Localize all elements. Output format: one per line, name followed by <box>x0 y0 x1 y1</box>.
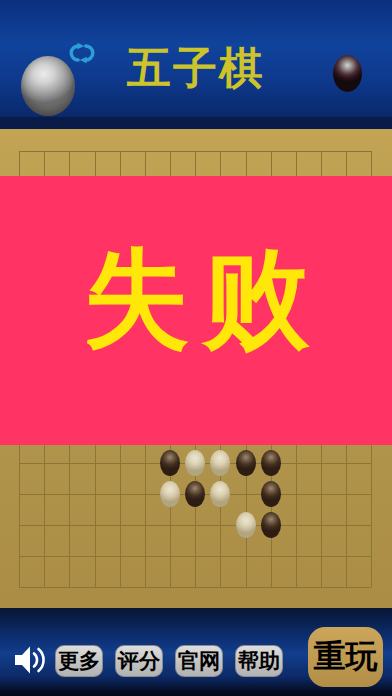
grid-line-horizontal <box>19 556 371 557</box>
result-banner: 失败 <box>0 176 392 445</box>
bottom-toolbar: 更多 评分 官网 帮助 重玩 <box>0 608 392 696</box>
speaker-on-icon[interactable] <box>14 645 48 675</box>
black-stone <box>261 481 281 507</box>
header-bottom-edge <box>0 117 392 129</box>
black-stone-indicator <box>333 55 362 92</box>
help-button[interactable]: 帮助 <box>235 645 283 677</box>
black-stone <box>160 450 180 476</box>
black-stone <box>185 481 205 507</box>
website-button[interactable]: 官网 <box>175 645 223 677</box>
white-stone <box>185 450 205 476</box>
grid-line-horizontal <box>19 525 371 526</box>
result-text: 失败 <box>69 246 323 352</box>
white-stone <box>210 450 230 476</box>
replay-button[interactable]: 重玩 <box>308 627 383 687</box>
more-button[interactable]: 更多 <box>55 645 103 677</box>
white-stone <box>236 512 256 538</box>
black-stone <box>261 450 281 476</box>
toolbar-button-row: 更多 评分 官网 帮助 <box>55 645 283 677</box>
top-bar: 五子棋 <box>0 0 392 129</box>
white-stone <box>210 481 230 507</box>
gomoku-app: 五子棋 失败 更多 评分 官网 帮助 重玩 <box>0 0 392 696</box>
grid-line-horizontal <box>19 587 371 588</box>
black-stone <box>261 512 281 538</box>
black-stone <box>236 450 256 476</box>
rate-button[interactable]: 评分 <box>115 645 163 677</box>
white-stone <box>160 481 180 507</box>
